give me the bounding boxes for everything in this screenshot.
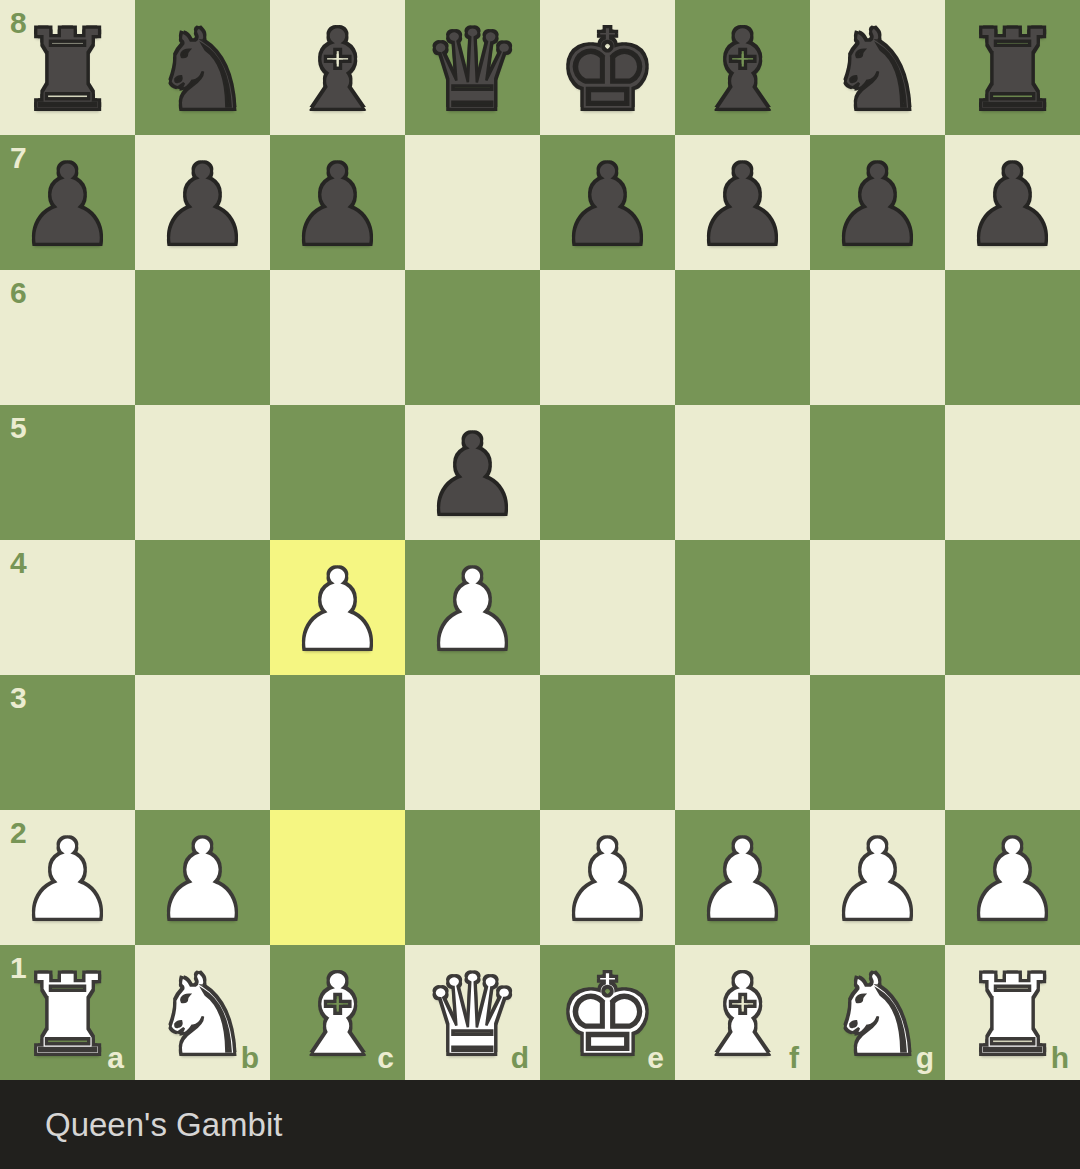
square-b1[interactable]: b♞ [135,945,270,1080]
square-a8[interactable]: 8♜ [0,0,135,135]
square-e1[interactable]: e♚ [540,945,675,1080]
square-h4[interactable] [945,540,1080,675]
square-f4[interactable] [675,540,810,675]
piece-white-king-e1[interactable]: ♚ [557,959,657,1071]
square-b3[interactable] [135,675,270,810]
square-e4[interactable] [540,540,675,675]
square-c6[interactable] [270,270,405,405]
square-h5[interactable] [945,405,1080,540]
piece-black-pawn-a7[interactable]: ♟ [17,149,117,261]
rank-label-5: 5 [10,413,27,443]
square-b8[interactable]: ♞ [135,0,270,135]
square-d6[interactable] [405,270,540,405]
square-h8[interactable]: ♜ [945,0,1080,135]
square-d4[interactable]: ♟ [405,540,540,675]
opening-caption-bar: Queen's Gambit [0,1080,1080,1169]
square-e3[interactable] [540,675,675,810]
piece-black-rook-a8[interactable]: ♜ [17,14,117,126]
square-g7[interactable]: ♟ [810,135,945,270]
square-h3[interactable] [945,675,1080,810]
square-g2[interactable]: ♟ [810,810,945,945]
square-h6[interactable] [945,270,1080,405]
square-a2[interactable]: 2♟ [0,810,135,945]
square-b2[interactable]: ♟ [135,810,270,945]
square-d2[interactable] [405,810,540,945]
square-f3[interactable] [675,675,810,810]
square-g5[interactable] [810,405,945,540]
square-c1[interactable]: c♝ [270,945,405,1080]
piece-white-pawn-g2[interactable]: ♟ [827,824,927,936]
square-e8[interactable]: ♚ [540,0,675,135]
piece-black-queen-d8[interactable]: ♛ [422,14,522,126]
square-e2[interactable]: ♟ [540,810,675,945]
rank-label-3: 3 [10,683,27,713]
piece-black-king-e8[interactable]: ♚ [557,14,657,126]
square-g1[interactable]: g♞ [810,945,945,1080]
piece-white-rook-h1[interactable]: ♜ [962,959,1062,1071]
square-f5[interactable] [675,405,810,540]
piece-white-rook-a1[interactable]: ♜ [17,959,117,1071]
square-a4[interactable]: 4 [0,540,135,675]
piece-white-knight-g1[interactable]: ♞ [827,959,927,1071]
square-c7[interactable]: ♟ [270,135,405,270]
square-e5[interactable] [540,405,675,540]
piece-white-pawn-d4[interactable]: ♟ [422,554,522,666]
square-d1[interactable]: d♛ [405,945,540,1080]
square-a1[interactable]: 1a♜ [0,945,135,1080]
square-b7[interactable]: ♟ [135,135,270,270]
square-g4[interactable] [810,540,945,675]
piece-white-pawn-f2[interactable]: ♟ [692,824,792,936]
square-e7[interactable]: ♟ [540,135,675,270]
square-a5[interactable]: 5 [0,405,135,540]
square-d8[interactable]: ♛ [405,0,540,135]
square-f6[interactable] [675,270,810,405]
piece-black-rook-h8[interactable]: ♜ [962,14,1062,126]
piece-white-pawn-b2[interactable]: ♟ [152,824,252,936]
chess-board: 8♜♞♝♛♚♝♞♜7♟♟♟♟♟♟♟65♟4♟♟32♟♟♟♟♟♟1a♜b♞c♝d♛… [0,0,1080,1080]
square-f7[interactable]: ♟ [675,135,810,270]
piece-black-pawn-d5[interactable]: ♟ [422,419,522,531]
piece-black-bishop-c8[interactable]: ♝ [287,14,387,126]
square-a6[interactable]: 6 [0,270,135,405]
square-h1[interactable]: h♜ [945,945,1080,1080]
square-d5[interactable]: ♟ [405,405,540,540]
piece-black-pawn-g7[interactable]: ♟ [827,149,927,261]
square-g6[interactable] [810,270,945,405]
square-f1[interactable]: f♝ [675,945,810,1080]
square-g8[interactable]: ♞ [810,0,945,135]
square-b5[interactable] [135,405,270,540]
piece-white-queen-d1[interactable]: ♛ [422,959,522,1071]
piece-black-pawn-f7[interactable]: ♟ [692,149,792,261]
piece-black-knight-b8[interactable]: ♞ [152,14,252,126]
rank-label-4: 4 [10,548,27,578]
piece-white-bishop-c1[interactable]: ♝ [287,959,387,1071]
piece-black-knight-g8[interactable]: ♞ [827,14,927,126]
square-h7[interactable]: ♟ [945,135,1080,270]
piece-black-pawn-c7[interactable]: ♟ [287,149,387,261]
square-g3[interactable] [810,675,945,810]
square-f8[interactable]: ♝ [675,0,810,135]
piece-white-pawn-c4[interactable]: ♟ [287,554,387,666]
piece-white-bishop-f1[interactable]: ♝ [692,959,792,1071]
square-c4[interactable]: ♟ [270,540,405,675]
square-d3[interactable] [405,675,540,810]
square-b6[interactable] [135,270,270,405]
piece-black-pawn-b7[interactable]: ♟ [152,149,252,261]
piece-white-pawn-e2[interactable]: ♟ [557,824,657,936]
piece-black-pawn-h7[interactable]: ♟ [962,149,1062,261]
square-c2[interactable] [270,810,405,945]
square-c8[interactable]: ♝ [270,0,405,135]
opening-name-label: Queen's Gambit [0,1106,282,1144]
piece-black-pawn-e7[interactable]: ♟ [557,149,657,261]
rank-label-6: 6 [10,278,27,308]
square-c5[interactable] [270,405,405,540]
square-c3[interactable] [270,675,405,810]
piece-black-bishop-f8[interactable]: ♝ [692,14,792,126]
square-e6[interactable] [540,270,675,405]
piece-white-knight-b1[interactable]: ♞ [152,959,252,1071]
square-a7[interactable]: 7♟ [0,135,135,270]
square-b4[interactable] [135,540,270,675]
piece-white-pawn-a2[interactable]: ♟ [17,824,117,936]
square-h2[interactable]: ♟ [945,810,1080,945]
square-a3[interactable]: 3 [0,675,135,810]
square-d7[interactable] [405,135,540,270]
chess-app: 8♜♞♝♛♚♝♞♜7♟♟♟♟♟♟♟65♟4♟♟32♟♟♟♟♟♟1a♜b♞c♝d♛… [0,0,1080,1169]
piece-white-pawn-h2[interactable]: ♟ [962,824,1062,936]
square-f2[interactable]: ♟ [675,810,810,945]
